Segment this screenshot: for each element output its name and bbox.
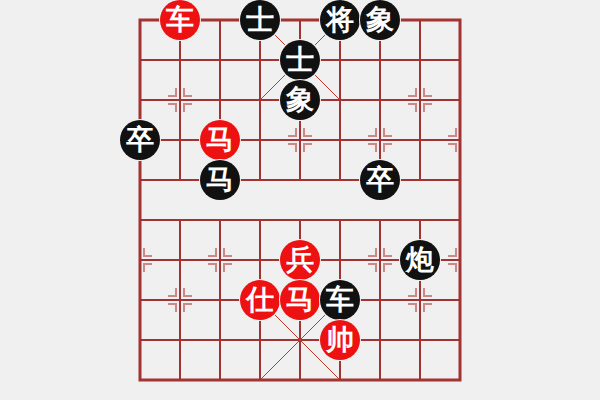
- piece-black-horse[interactable]: 马: [200, 160, 240, 200]
- pieces-layer: 车士将象士象卒马马卒兵炮仕马车帅: [120, 0, 480, 400]
- piece-red-chariot[interactable]: 车: [160, 0, 200, 40]
- piece-red-soldier[interactable]: 兵: [280, 240, 320, 280]
- piece-black-elephant[interactable]: 象: [280, 80, 320, 120]
- piece-black-elephant[interactable]: 象: [360, 0, 400, 40]
- piece-red-horse[interactable]: 马: [280, 280, 320, 320]
- piece-black-general[interactable]: 将: [320, 0, 360, 40]
- piece-black-advisor[interactable]: 士: [280, 40, 320, 80]
- piece-red-horse[interactable]: 马: [200, 120, 240, 160]
- piece-black-cannon[interactable]: 炮: [400, 240, 440, 280]
- piece-black-chariot[interactable]: 车: [320, 280, 360, 320]
- piece-black-soldier[interactable]: 卒: [360, 160, 400, 200]
- xiangqi-diagram: 车士将象士象卒马马卒兵炮仕马车帅: [0, 0, 600, 400]
- piece-black-soldier[interactable]: 卒: [120, 120, 160, 160]
- piece-black-advisor[interactable]: 士: [240, 0, 280, 40]
- piece-red-advisor[interactable]: 仕: [240, 280, 280, 320]
- piece-red-general[interactable]: 帅: [320, 320, 360, 360]
